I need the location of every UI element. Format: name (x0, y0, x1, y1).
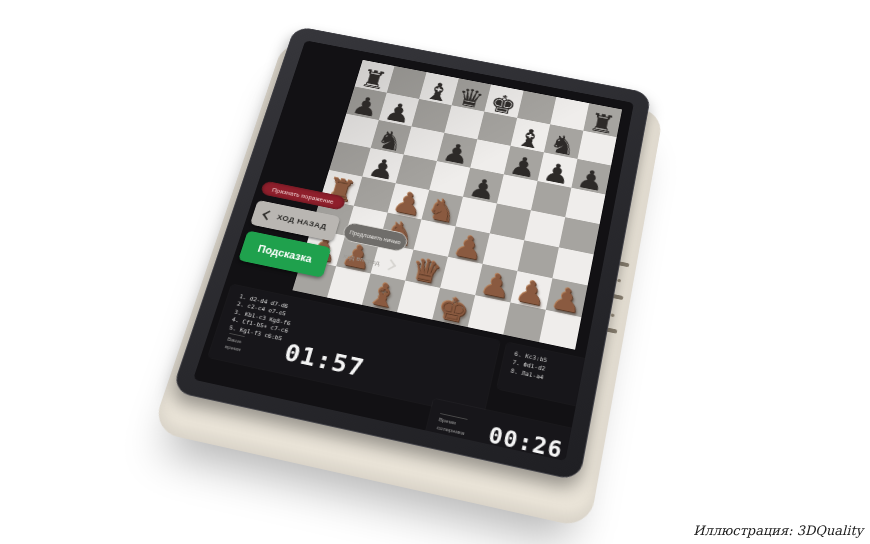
board-cell[interactable] (552, 247, 593, 285)
opponent-clock-panel: Время соперника 00:26 (424, 399, 589, 461)
board-cell[interactable] (524, 210, 565, 247)
board-cell[interactable] (292, 259, 336, 297)
player-clock: 01:57 (281, 339, 367, 382)
board-cell[interactable] (483, 233, 525, 271)
white-piece: ♟ (548, 282, 584, 318)
player-clock-panel: 1. d2-d4 d7-d6 2. c2-c4 e7-e5 3. Кb1-c3 … (208, 284, 500, 416)
board-cell[interactable]: ♟ (448, 226, 490, 263)
board-cell[interactable]: ♚ (432, 288, 475, 327)
move-back-label: ХОД НАЗАД (276, 213, 328, 231)
player-clock-label: Ваше время (224, 333, 245, 354)
white-piece: ♟ (513, 275, 549, 311)
board-cell[interactable] (559, 217, 600, 254)
board-cell[interactable]: ♟ (510, 271, 552, 310)
touchscreen[interactable]: ♜♝♛♚♜♟♟♝♞♞♟♟♟♟♟♟♜♟♞♞♟♟♟♛♟♟♟♝♚ Признать п… (193, 40, 634, 461)
board-cell[interactable]: ♝ (362, 273, 405, 312)
white-piece: ♚ (434, 292, 471, 329)
white-piece: ♟ (304, 232, 342, 267)
move-list: 1. d2-d4 d7-d6 2. c2-c4 e7-e5 3. Кb1-c3 … (228, 293, 296, 344)
board-cell[interactable]: ♛ (405, 250, 448, 288)
white-piece: ♛ (407, 253, 444, 289)
port-dot (611, 313, 615, 317)
white-piece: ♟ (477, 268, 514, 304)
chevron-right-icon (383, 259, 396, 270)
board-cell[interactable] (539, 310, 581, 350)
white-piece: ♟ (450, 230, 486, 265)
white-piece: ♟ (338, 239, 375, 274)
board-cell[interactable] (517, 240, 558, 278)
port-dot (617, 279, 621, 283)
illustration-credit: Иллюстрация: 3DQuality (693, 523, 863, 538)
secondary-move-panel: 6. Кc3:b5 7. Фd1-d2 8. Лa1-a4 (497, 342, 602, 409)
board-cell[interactable] (397, 281, 440, 320)
board-cell[interactable]: ♟ (336, 236, 379, 274)
hint-button[interactable]: Подсказка (238, 230, 331, 277)
chevron-left-icon (263, 210, 274, 220)
board-cell[interactable] (468, 295, 511, 334)
board-cell[interactable]: ♟ (475, 264, 517, 303)
board-cell[interactable] (327, 266, 371, 305)
board-cell[interactable] (503, 302, 546, 342)
opponent-clock-label: Время соперника (436, 413, 468, 438)
move-forward-label: ход вперед (342, 252, 381, 267)
board-cell[interactable]: ♟ (302, 229, 345, 267)
white-piece: ♝ (364, 277, 402, 313)
board-cell[interactable] (490, 204, 531, 241)
board-cell[interactable] (371, 243, 414, 281)
product-scene: ♜♝♛♚♜♟♟♝♞♞♟♟♟♟♟♟♜♟♞♞♟♟♟♛♟♟♟♝♚ Признать п… (208, 0, 642, 476)
offer-draw-button[interactable]: Предложить ничью (341, 221, 409, 253)
board-cell[interactable]: ♟ (546, 278, 588, 317)
board-cell[interactable] (440, 257, 482, 295)
move-list-secondary: 6. Кc3:b5 7. Фd1-d2 8. Лa1-a4 (510, 350, 548, 382)
opponent-clock: 00:26 (486, 422, 565, 461)
move-forward-button[interactable]: ход вперед (335, 246, 403, 275)
board-cell[interactable] (413, 219, 455, 256)
